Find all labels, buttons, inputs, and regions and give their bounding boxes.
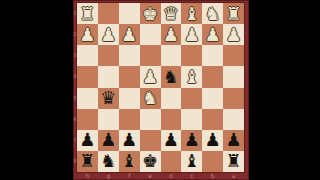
file-label-d: d xyxy=(161,171,182,180)
black-p-piece-f7: ♟ xyxy=(121,131,137,149)
square-g3[interactable] xyxy=(98,45,119,66)
square-c8[interactable]: ♝ xyxy=(181,151,202,172)
square-b5[interactable] xyxy=(202,88,223,109)
white-p-piece-a2: ♟ xyxy=(225,25,241,43)
square-c4[interactable]: ♝ xyxy=(181,66,202,87)
square-h4[interactable] xyxy=(77,66,98,87)
file-label-a: a xyxy=(223,171,244,180)
white-p-piece-g2: ♟ xyxy=(100,25,116,43)
square-a7[interactable]: ♟ xyxy=(223,130,244,151)
black-p-piece-a7: ♟ xyxy=(225,131,241,149)
file-label-f: f xyxy=(119,171,140,180)
square-f8[interactable]: ♝ xyxy=(119,151,140,172)
black-q-piece-g5: ♛ xyxy=(100,89,116,107)
white-p-piece-e4: ♟ xyxy=(142,67,158,85)
file-label-e: e xyxy=(140,171,161,180)
square-e7[interactable] xyxy=(140,130,161,151)
black-b-piece-c8: ♝ xyxy=(184,152,200,170)
file-label-b: b xyxy=(202,171,223,180)
white-q-piece-d1: ♛ xyxy=(163,4,179,22)
video-frame: 12345678 ♜♚♛♝♞♜♟♟♟♟♟♟♟♟♞♝♛♞♟♟♟♟♟♟♟♜♞♝♚♝♜… xyxy=(0,0,320,180)
file-label-g: g xyxy=(98,171,119,180)
white-k-piece-e1: ♚ xyxy=(142,4,158,22)
right-black-bar xyxy=(249,0,320,180)
square-c1[interactable]: ♝ xyxy=(181,3,202,24)
white-p-piece-h2: ♟ xyxy=(79,25,95,43)
square-f3[interactable] xyxy=(119,45,140,66)
white-b-piece-c4: ♝ xyxy=(184,67,200,85)
square-e1[interactable]: ♚ xyxy=(140,3,161,24)
square-a1[interactable]: ♜ xyxy=(223,3,244,24)
square-a3[interactable] xyxy=(223,45,244,66)
white-n-piece-e5: ♞ xyxy=(142,89,158,107)
square-f7[interactable]: ♟ xyxy=(119,130,140,151)
square-d4[interactable]: ♞ xyxy=(161,66,182,87)
file-label-c: c xyxy=(181,171,202,180)
white-b-piece-c1: ♝ xyxy=(184,4,200,22)
square-g6[interactable] xyxy=(98,109,119,130)
black-p-piece-h7: ♟ xyxy=(79,131,95,149)
white-p-piece-f2: ♟ xyxy=(121,25,137,43)
chess-board-frame: 12345678 ♜♚♛♝♞♜♟♟♟♟♟♟♟♟♞♝♛♞♟♟♟♟♟♟♟♜♞♝♚♝♜… xyxy=(73,0,249,180)
square-c2[interactable]: ♟ xyxy=(181,24,202,45)
black-n-piece-g8: ♞ xyxy=(100,152,116,170)
square-b8[interactable] xyxy=(202,151,223,172)
square-b7[interactable]: ♟ xyxy=(202,130,223,151)
white-p-piece-c2: ♟ xyxy=(184,25,200,43)
square-d6[interactable] xyxy=(161,109,182,130)
square-d8[interactable] xyxy=(161,151,182,172)
square-c6[interactable] xyxy=(181,109,202,130)
black-r-piece-a8: ♜ xyxy=(225,152,241,170)
square-e2[interactable] xyxy=(140,24,161,45)
black-p-piece-d7: ♟ xyxy=(163,131,179,149)
square-a4[interactable] xyxy=(223,66,244,87)
square-a6[interactable] xyxy=(223,109,244,130)
square-e3[interactable] xyxy=(140,45,161,66)
square-h5[interactable] xyxy=(77,88,98,109)
square-f4[interactable] xyxy=(119,66,140,87)
square-f2[interactable]: ♟ xyxy=(119,24,140,45)
black-b-piece-f8: ♝ xyxy=(121,152,137,170)
square-e6[interactable] xyxy=(140,109,161,130)
square-g5[interactable]: ♛ xyxy=(98,88,119,109)
square-b2[interactable]: ♟ xyxy=(202,24,223,45)
square-a2[interactable]: ♟ xyxy=(223,24,244,45)
square-g4[interactable] xyxy=(98,66,119,87)
square-c7[interactable]: ♟ xyxy=(181,130,202,151)
white-p-piece-b2: ♟ xyxy=(205,25,221,43)
black-p-piece-c7: ♟ xyxy=(184,131,200,149)
square-e4[interactable]: ♟ xyxy=(140,66,161,87)
square-d3[interactable] xyxy=(161,45,182,66)
square-e8[interactable]: ♚ xyxy=(140,151,161,172)
square-h1[interactable]: ♜ xyxy=(77,3,98,24)
square-b3[interactable] xyxy=(202,45,223,66)
white-r-piece-a1: ♜ xyxy=(225,4,241,22)
black-r-piece-h8: ♜ xyxy=(79,152,95,170)
black-p-piece-b7: ♟ xyxy=(205,131,221,149)
square-b1[interactable]: ♞ xyxy=(202,3,223,24)
square-d5[interactable] xyxy=(161,88,182,109)
square-d1[interactable]: ♛ xyxy=(161,3,182,24)
square-e5[interactable]: ♞ xyxy=(140,88,161,109)
square-h8[interactable]: ♜ xyxy=(77,151,98,172)
square-h7[interactable]: ♟ xyxy=(77,130,98,151)
white-p-piece-d2: ♟ xyxy=(163,25,179,43)
square-f1[interactable] xyxy=(119,3,140,24)
square-a5[interactable] xyxy=(223,88,244,109)
black-p-piece-g7: ♟ xyxy=(100,131,116,149)
black-k-piece-e8: ♚ xyxy=(142,152,158,170)
square-g7[interactable]: ♟ xyxy=(98,130,119,151)
file-label-h: h xyxy=(77,171,98,180)
square-f5[interactable] xyxy=(119,88,140,109)
square-h3[interactable] xyxy=(77,45,98,66)
square-g8[interactable]: ♞ xyxy=(98,151,119,172)
square-g2[interactable]: ♟ xyxy=(98,24,119,45)
file-labels: hgfedcba xyxy=(77,171,244,180)
white-r-piece-h1: ♜ xyxy=(79,4,95,22)
square-h6[interactable] xyxy=(77,109,98,130)
square-b4[interactable] xyxy=(202,66,223,87)
square-d7[interactable]: ♟ xyxy=(161,130,182,151)
square-d2[interactable]: ♟ xyxy=(161,24,182,45)
square-b6[interactable] xyxy=(202,109,223,130)
board-grid: ♜♚♛♝♞♜♟♟♟♟♟♟♟♟♞♝♛♞♟♟♟♟♟♟♟♜♞♝♚♝♜ xyxy=(77,3,244,172)
white-n-piece-b1: ♞ xyxy=(205,4,221,22)
square-a8[interactable]: ♜ xyxy=(223,151,244,172)
square-c5[interactable] xyxy=(181,88,202,109)
square-c3[interactable] xyxy=(181,45,202,66)
square-g1[interactable] xyxy=(98,3,119,24)
left-black-bar xyxy=(0,0,73,180)
square-f6[interactable] xyxy=(119,109,140,130)
square-h2[interactable]: ♟ xyxy=(77,24,98,45)
black-n-piece-d4: ♞ xyxy=(163,67,179,85)
